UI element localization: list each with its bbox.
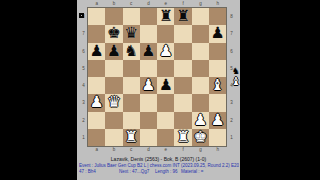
piece-black-pawn: ♟ — [142, 43, 156, 60]
square-b5 — [105, 60, 122, 77]
rank-label-6: 6 — [229, 43, 234, 60]
file-label-h: h — [209, 1, 226, 7]
rank-label-3: 3 — [81, 94, 86, 111]
square-e4: ♟ — [157, 77, 174, 94]
piece-black-pawn: ♟ — [107, 43, 121, 60]
square-d8 — [140, 8, 157, 25]
rank-label-7: 7 — [229, 25, 234, 42]
file-label-b: b — [105, 147, 122, 153]
square-f3 — [174, 94, 191, 111]
game-players-result: Lazavik, Denis (2563) - Bok, B (2607) (1… — [77, 156, 240, 162]
rank-label-1: 1 — [81, 129, 86, 146]
square-g7 — [192, 25, 209, 42]
square-f8: ♜ — [174, 8, 191, 25]
square-f2 — [174, 112, 191, 129]
square-b6: ♟ — [105, 43, 122, 60]
square-f6 — [174, 43, 191, 60]
chess-gui-panel: abcdefgh abcdefgh 87654321 87654321 ♜♜♚♛… — [77, 0, 240, 180]
piece-white-rook: ♜ — [124, 129, 138, 146]
material-balance-label: Material : = — [181, 169, 203, 174]
square-c2 — [123, 112, 140, 129]
rank-label-1: 1 — [229, 129, 234, 146]
game-event-info: Event : Julius Baer Gen Cup B2 L | chess… — [79, 163, 239, 168]
piece-black-pawn: ♟ — [211, 25, 225, 42]
square-b3: ♛ — [105, 94, 122, 111]
square-b4 — [105, 77, 122, 94]
piece-white-pawn: ♟ — [211, 112, 225, 129]
square-c3 — [123, 94, 140, 111]
piece-black-pawn: ♟ — [90, 43, 104, 60]
square-g8 — [192, 8, 209, 25]
piece-white-king: ♚ — [193, 129, 207, 146]
rank-label-5: 5 — [81, 60, 86, 77]
square-h7: ♟ — [209, 25, 226, 42]
square-b7: ♚ — [105, 25, 122, 42]
material-tray: ♞ ♝ — [231, 66, 241, 88]
white-bishop-tray-icon: ♝ — [231, 76, 241, 88]
square-d3 — [140, 94, 157, 111]
current-move-label: 47 : Bh4 — [79, 169, 96, 174]
square-a2 — [88, 112, 105, 129]
square-c7: ♛ — [123, 25, 140, 42]
rank-label-4: 4 — [81, 77, 86, 94]
square-e6: ♟ — [157, 43, 174, 60]
square-e3 — [157, 94, 174, 111]
piece-black-rook: ♜ — [159, 8, 173, 25]
square-a1 — [88, 129, 105, 146]
square-a8 — [88, 8, 105, 25]
piece-black-rook: ♜ — [176, 8, 190, 25]
square-d2 — [140, 112, 157, 129]
file-label-a: a — [88, 147, 105, 153]
square-e1 — [157, 129, 174, 146]
square-b2 — [105, 112, 122, 129]
file-labels-top: abcdefgh — [88, 1, 226, 7]
file-label-d: d — [140, 147, 157, 153]
square-d6: ♟ — [140, 43, 157, 60]
square-b1 — [105, 129, 122, 146]
square-g5 — [192, 60, 209, 77]
square-d5 — [140, 60, 157, 77]
square-a3: ♟ — [88, 94, 105, 111]
piece-white-pawn: ♟ — [193, 112, 207, 129]
square-a5 — [88, 60, 105, 77]
square-g1: ♚ — [192, 129, 209, 146]
square-f7 — [174, 25, 191, 42]
square-e2 — [157, 112, 174, 129]
square-b8 — [105, 8, 122, 25]
file-label-f: f — [174, 147, 191, 153]
square-e5 — [157, 60, 174, 77]
piece-white-queen: ♛ — [107, 94, 121, 111]
square-d4: ♟ — [140, 77, 157, 94]
rank-label-2: 2 — [81, 112, 86, 129]
rank-labels-left: 87654321 — [81, 8, 86, 146]
file-label-e: e — [157, 147, 174, 153]
square-g6 — [192, 43, 209, 60]
square-d1 — [140, 129, 157, 146]
square-c4 — [123, 77, 140, 94]
square-c8 — [123, 8, 140, 25]
piece-black-knight: ♞ — [124, 43, 138, 60]
rank-label-2: 2 — [229, 112, 234, 129]
piece-black-queen: ♛ — [124, 25, 138, 42]
next-move-label: Next : 47...Qg7 — [119, 169, 149, 174]
file-label-g: g — [192, 1, 209, 7]
piece-black-king: ♚ — [107, 25, 121, 42]
square-g2: ♟ — [192, 112, 209, 129]
rank-label-3: 3 — [229, 94, 234, 111]
piece-white-pawn: ♟ — [90, 94, 104, 111]
square-c6: ♞ — [123, 43, 140, 60]
square-h5 — [209, 60, 226, 77]
video-frame: abcdefgh abcdefgh 87654321 87654321 ♜♜♚♛… — [0, 0, 320, 180]
file-label-c: c — [123, 1, 140, 7]
file-label-h: h — [209, 147, 226, 153]
square-h1 — [209, 129, 226, 146]
piece-black-pawn: ♟ — [159, 77, 173, 94]
rank-label-7: 7 — [81, 25, 86, 42]
piece-white-rook: ♜ — [176, 129, 190, 146]
file-label-d: d — [140, 1, 157, 7]
rank-label-8: 8 — [229, 8, 234, 25]
square-f1: ♜ — [174, 129, 191, 146]
square-e8: ♜ — [157, 8, 174, 25]
square-a7 — [88, 25, 105, 42]
rank-label-6: 6 — [81, 43, 86, 60]
square-g3 — [192, 94, 209, 111]
square-h2: ♟ — [209, 112, 226, 129]
square-f4 — [174, 77, 191, 94]
piece-white-pawn: ♟ — [142, 77, 156, 94]
square-a4 — [88, 77, 105, 94]
piece-white-bishop: ♝ — [211, 77, 225, 94]
file-labels-bottom: abcdefgh — [88, 147, 226, 153]
file-label-c: c — [123, 147, 140, 153]
square-e7 — [157, 25, 174, 42]
piece-white-pawn: ♟ — [159, 43, 173, 60]
file-label-b: b — [105, 1, 122, 7]
square-h8 — [209, 8, 226, 25]
square-d7 — [140, 25, 157, 42]
square-c5 — [123, 60, 140, 77]
game-length-label: Length : 96 — [155, 169, 178, 174]
square-h6 — [209, 43, 226, 60]
chess-board: ♜♜♚♛♟♟♟♞♟♟♟♟♝♟♛♟♟♜♜♚ — [88, 8, 226, 146]
file-label-a: a — [88, 1, 105, 7]
square-h4: ♝ — [209, 77, 226, 94]
square-a6: ♟ — [88, 43, 105, 60]
square-g4 — [192, 77, 209, 94]
square-f5 — [174, 60, 191, 77]
file-label-g: g — [192, 147, 209, 153]
square-h3 — [209, 94, 226, 111]
black-to-move-indicator — [79, 13, 84, 18]
square-c1: ♜ — [123, 129, 140, 146]
